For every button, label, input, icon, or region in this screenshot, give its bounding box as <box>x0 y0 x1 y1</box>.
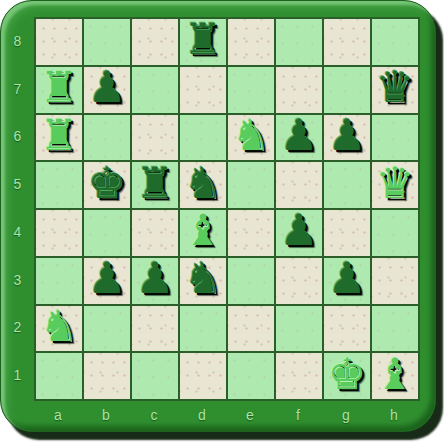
square-b8[interactable] <box>83 18 131 66</box>
piece-dark-knight-d5[interactable]: ♞ <box>184 162 223 205</box>
square-g4[interactable] <box>323 209 371 257</box>
file-label-f: f <box>274 401 322 429</box>
rank-label-8: 8 <box>4 17 31 65</box>
file-label-c: c <box>130 401 178 429</box>
square-e5[interactable] <box>227 161 275 209</box>
rank-label-2: 2 <box>4 304 31 352</box>
square-h1[interactable]: ♝ <box>371 352 419 400</box>
square-c6[interactable] <box>131 114 179 162</box>
piece-dark-pawn-f4[interactable]: ♟ <box>280 209 319 252</box>
file-label-e: e <box>226 401 274 429</box>
square-d2[interactable] <box>179 305 227 353</box>
piece-dark-pawn-g3[interactable]: ♟ <box>328 257 367 300</box>
piece-dark-king-b5[interactable]: ♚ <box>88 162 127 205</box>
file-label-b: b <box>82 401 130 429</box>
square-a3[interactable] <box>35 257 83 305</box>
square-d5[interactable]: ♞ <box>179 161 227 209</box>
piece-dark-pawn-b7[interactable]: ♟ <box>88 66 127 109</box>
square-e8[interactable] <box>227 18 275 66</box>
piece-dark-knight-d3[interactable]: ♞ <box>184 257 223 300</box>
square-a7[interactable]: ♜ <box>35 66 83 114</box>
square-c5[interactable]: ♜ <box>131 161 179 209</box>
piece-dark-rook-c5[interactable]: ♜ <box>136 162 175 205</box>
square-a6[interactable]: ♜ <box>35 114 83 162</box>
rank-label-5: 5 <box>4 160 31 208</box>
piece-dark-pawn-g6[interactable]: ♟ <box>328 114 367 157</box>
square-c1[interactable] <box>131 352 179 400</box>
square-b3[interactable]: ♟ <box>83 257 131 305</box>
square-c2[interactable] <box>131 305 179 353</box>
square-e6[interactable]: ♞ <box>227 114 275 162</box>
square-e2[interactable] <box>227 305 275 353</box>
file-label-h: h <box>370 401 418 429</box>
square-c4[interactable] <box>131 209 179 257</box>
square-a4[interactable] <box>35 209 83 257</box>
square-f8[interactable] <box>275 18 323 66</box>
square-a1[interactable] <box>35 352 83 400</box>
piece-light-rook-a6[interactable]: ♜ <box>40 114 79 157</box>
square-h3[interactable] <box>371 257 419 305</box>
file-label-a: a <box>34 401 82 429</box>
piece-light-knight-e6[interactable]: ♞ <box>232 114 271 157</box>
square-d6[interactable] <box>179 114 227 162</box>
chess-app-window: 87654321 abcdefgh ♜♜♟♛♜♞♟♟♚♜♞♛♝♟♟♟♞♟♞♚♝ <box>0 0 444 442</box>
chess-board: ♜♜♟♛♜♞♟♟♚♜♞♛♝♟♟♟♞♟♞♚♝ <box>34 17 420 401</box>
rank-label-1: 1 <box>4 351 31 399</box>
square-d3[interactable]: ♞ <box>179 257 227 305</box>
piece-dark-pawn-f6[interactable]: ♟ <box>280 114 319 157</box>
square-e4[interactable] <box>227 209 275 257</box>
square-a5[interactable] <box>35 161 83 209</box>
piece-light-rook-a7[interactable]: ♜ <box>40 66 79 109</box>
square-g3[interactable]: ♟ <box>323 257 371 305</box>
square-f5[interactable] <box>275 161 323 209</box>
square-b2[interactable] <box>83 305 131 353</box>
file-label-g: g <box>322 401 370 429</box>
square-b4[interactable] <box>83 209 131 257</box>
piece-dark-pawn-c3[interactable]: ♟ <box>136 257 175 300</box>
square-b5[interactable]: ♚ <box>83 161 131 209</box>
rank-label-6: 6 <box>4 113 31 161</box>
square-a2[interactable]: ♞ <box>35 305 83 353</box>
square-d8[interactable]: ♜ <box>179 18 227 66</box>
square-a8[interactable] <box>35 18 83 66</box>
square-b1[interactable] <box>83 352 131 400</box>
piece-light-king-g1[interactable]: ♚ <box>328 353 367 396</box>
square-c3[interactable]: ♟ <box>131 257 179 305</box>
file-label-d: d <box>178 401 226 429</box>
square-d1[interactable] <box>179 352 227 400</box>
square-g2[interactable] <box>323 305 371 353</box>
piece-light-bishop-h1[interactable]: ♝ <box>376 353 415 396</box>
square-b7[interactable]: ♟ <box>83 66 131 114</box>
square-c8[interactable] <box>131 18 179 66</box>
file-labels: abcdefgh <box>34 401 418 429</box>
rank-label-3: 3 <box>4 256 31 304</box>
piece-dark-rook-d8[interactable]: ♜ <box>184 18 223 61</box>
square-g1[interactable]: ♚ <box>323 352 371 400</box>
square-h2[interactable] <box>371 305 419 353</box>
square-h6[interactable] <box>371 114 419 162</box>
square-e3[interactable] <box>227 257 275 305</box>
square-g8[interactable] <box>323 18 371 66</box>
square-g5[interactable] <box>323 161 371 209</box>
piece-light-queen-h5[interactable]: ♛ <box>376 162 415 205</box>
rank-label-7: 7 <box>4 65 31 113</box>
square-f4[interactable]: ♟ <box>275 209 323 257</box>
square-h8[interactable] <box>371 18 419 66</box>
square-f2[interactable] <box>275 305 323 353</box>
square-h5[interactable]: ♛ <box>371 161 419 209</box>
square-h4[interactable] <box>371 209 419 257</box>
square-f3[interactable] <box>275 257 323 305</box>
rank-label-4: 4 <box>4 208 31 256</box>
square-e1[interactable] <box>227 352 275 400</box>
square-b6[interactable] <box>83 114 131 162</box>
square-g6[interactable]: ♟ <box>323 114 371 162</box>
piece-dark-queen-h7[interactable]: ♛ <box>376 66 415 109</box>
square-f7[interactable] <box>275 66 323 114</box>
square-g7[interactable] <box>323 66 371 114</box>
piece-light-bishop-d4[interactable]: ♝ <box>184 209 223 252</box>
square-c7[interactable] <box>131 66 179 114</box>
rank-labels: 87654321 <box>4 17 31 399</box>
square-d7[interactable] <box>179 66 227 114</box>
square-f1[interactable] <box>275 352 323 400</box>
piece-dark-pawn-b3[interactable]: ♟ <box>88 257 127 300</box>
square-e7[interactable] <box>227 66 275 114</box>
square-h7[interactable]: ♛ <box>371 66 419 114</box>
square-d4[interactable]: ♝ <box>179 209 227 257</box>
square-f6[interactable]: ♟ <box>275 114 323 162</box>
piece-light-knight-a2[interactable]: ♞ <box>40 305 79 348</box>
